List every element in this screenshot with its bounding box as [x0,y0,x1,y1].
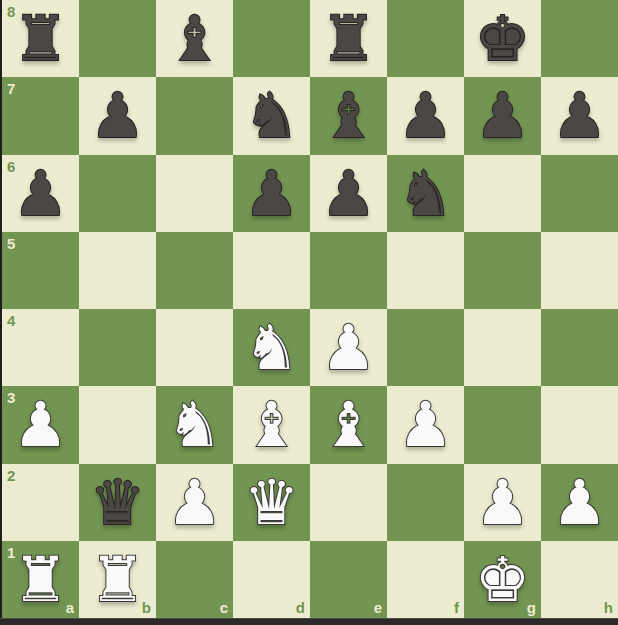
square-d7[interactable]: ♞ [233,77,310,154]
square-e8[interactable]: ♜ [310,0,387,77]
square-h2[interactable]: ♟ [541,464,618,541]
square-b8[interactable] [79,0,156,77]
square-d3[interactable]: ♝ [233,386,310,463]
white-rook-piece[interactable]: ♜ [79,541,156,618]
square-a7[interactable]: 7 [2,77,79,154]
square-d4[interactable]: ♞ [233,309,310,386]
square-b2[interactable]: ♛ [79,464,156,541]
square-e1[interactable]: e [310,541,387,618]
rank-label-4: 4 [7,313,15,328]
white-pawn-piece[interactable]: ♟ [2,386,79,463]
square-a3[interactable]: 3♟ [2,386,79,463]
black-bishop-piece[interactable]: ♝ [156,0,233,77]
rank-label-7: 7 [7,81,15,96]
file-label-f: f [454,600,459,615]
white-knight-piece[interactable]: ♞ [156,386,233,463]
square-h3[interactable] [541,386,618,463]
black-pawn-piece[interactable]: ♟ [387,77,464,154]
file-label-d: d [296,600,305,615]
chess-app-window: 8♜♝♜♚7♟♞♝♟♟♟6♟♟♟♞54♞♟3♟♞♝♝♟2♛♟♛♟♟1a♜b♜cd… [0,0,618,625]
square-e7[interactable]: ♝ [310,77,387,154]
black-knight-piece[interactable]: ♞ [387,155,464,232]
square-f1[interactable]: f [387,541,464,618]
square-e6[interactable]: ♟ [310,155,387,232]
square-d8[interactable] [233,0,310,77]
square-c3[interactable]: ♞ [156,386,233,463]
square-a4[interactable]: 4 [2,309,79,386]
white-pawn-piece[interactable]: ♟ [464,464,541,541]
black-rook-piece[interactable]: ♜ [310,0,387,77]
square-d6[interactable]: ♟ [233,155,310,232]
white-pawn-piece[interactable]: ♟ [156,464,233,541]
square-d1[interactable]: d [233,541,310,618]
white-knight-piece[interactable]: ♞ [233,309,310,386]
square-f2[interactable] [387,464,464,541]
square-g6[interactable] [464,155,541,232]
square-g8[interactable]: ♚ [464,0,541,77]
square-b1[interactable]: b♜ [79,541,156,618]
file-label-e: e [374,600,382,615]
black-pawn-piece[interactable]: ♟ [541,77,618,154]
square-e4[interactable]: ♟ [310,309,387,386]
square-f6[interactable]: ♞ [387,155,464,232]
square-h6[interactable] [541,155,618,232]
square-g2[interactable]: ♟ [464,464,541,541]
square-c8[interactable]: ♝ [156,0,233,77]
rank-label-5: 5 [7,236,15,251]
square-a2[interactable]: 2 [2,464,79,541]
square-g3[interactable] [464,386,541,463]
square-b4[interactable] [79,309,156,386]
black-pawn-piece[interactable]: ♟ [79,77,156,154]
square-c7[interactable] [156,77,233,154]
square-h7[interactable]: ♟ [541,77,618,154]
black-knight-piece[interactable]: ♞ [233,77,310,154]
black-pawn-piece[interactable]: ♟ [233,155,310,232]
square-f7[interactable]: ♟ [387,77,464,154]
square-a6[interactable]: 6♟ [2,155,79,232]
square-f3[interactable]: ♟ [387,386,464,463]
square-b3[interactable] [79,386,156,463]
white-pawn-piece[interactable]: ♟ [310,309,387,386]
white-king-piece[interactable]: ♚ [464,541,541,618]
square-a8[interactable]: 8♜ [2,0,79,77]
square-e5[interactable] [310,232,387,309]
square-c4[interactable] [156,309,233,386]
white-rook-piece[interactable]: ♜ [2,541,79,618]
file-label-h: h [604,600,613,615]
black-king-piece[interactable]: ♚ [464,0,541,77]
white-bishop-piece[interactable]: ♝ [233,386,310,463]
white-pawn-piece[interactable]: ♟ [541,464,618,541]
square-f8[interactable] [387,0,464,77]
square-a1[interactable]: 1a♜ [2,541,79,618]
rank-label-2: 2 [7,468,15,483]
square-c1[interactable]: c [156,541,233,618]
white-bishop-piece[interactable]: ♝ [310,386,387,463]
board-left-edge [0,0,2,618]
square-e2[interactable] [310,464,387,541]
black-bishop-piece[interactable]: ♝ [310,77,387,154]
white-pawn-piece[interactable]: ♟ [387,386,464,463]
square-d5[interactable] [233,232,310,309]
square-g7[interactable]: ♟ [464,77,541,154]
white-queen-piece[interactable]: ♛ [233,464,310,541]
square-c5[interactable] [156,232,233,309]
square-b5[interactable] [79,232,156,309]
square-f4[interactable] [387,309,464,386]
square-c2[interactable]: ♟ [156,464,233,541]
square-h5[interactable] [541,232,618,309]
chess-board: 8♜♝♜♚7♟♞♝♟♟♟6♟♟♟♞54♞♟3♟♞♝♝♟2♛♟♛♟♟1a♜b♜cd… [2,0,618,618]
window-bottom-bar [0,618,618,625]
black-pawn-piece[interactable]: ♟ [464,77,541,154]
square-g5[interactable] [464,232,541,309]
square-b7[interactable]: ♟ [79,77,156,154]
black-rook-piece[interactable]: ♜ [2,0,79,77]
square-h1[interactable]: h [541,541,618,618]
square-d2[interactable]: ♛ [233,464,310,541]
file-label-c: c [220,600,228,615]
square-g1[interactable]: g♚ [464,541,541,618]
square-b6[interactable] [79,155,156,232]
black-pawn-piece[interactable]: ♟ [2,155,79,232]
black-queen-piece[interactable]: ♛ [79,464,156,541]
square-h8[interactable] [541,0,618,77]
square-a5[interactable]: 5 [2,232,79,309]
square-c6[interactable] [156,155,233,232]
square-h4[interactable] [541,309,618,386]
square-e3[interactable]: ♝ [310,386,387,463]
square-f5[interactable] [387,232,464,309]
black-pawn-piece[interactable]: ♟ [310,155,387,232]
square-g4[interactable] [464,309,541,386]
